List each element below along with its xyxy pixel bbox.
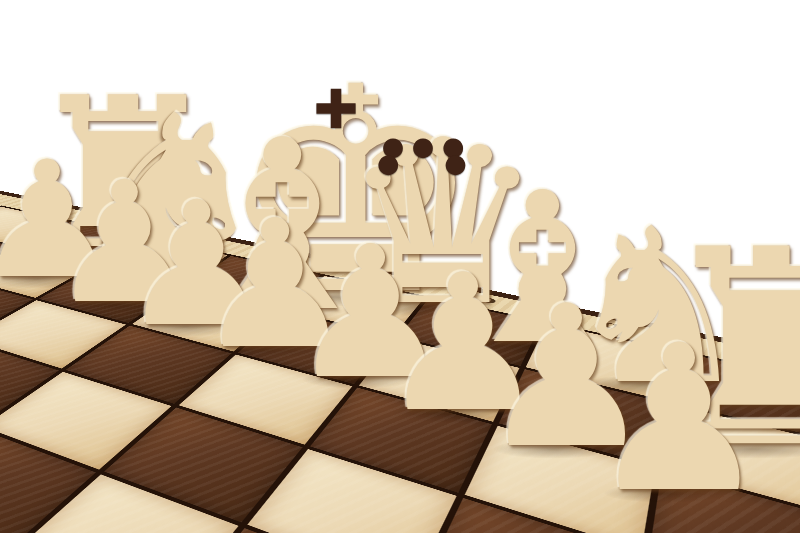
- pawn-glyph: ♟: [589, 343, 742, 496]
- photo-stage: hh11gg22ff33ee44dd55cc66bb77aa88 ♜♞♝♚✚♛●…: [0, 0, 800, 533]
- piece-white-pawn-a2[interactable]: ♟: [589, 343, 742, 496]
- pieces-layer: ♜♞♝♚✚♛●●●●●♝♞♜♟♟♟♟♟♟♟♟: [0, 0, 800, 533]
